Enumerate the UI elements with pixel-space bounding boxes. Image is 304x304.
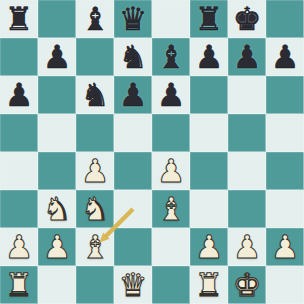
square-g2[interactable]: ♟ bbox=[228, 228, 266, 266]
piece-black-bishop[interactable]: ♝ bbox=[152, 38, 190, 76]
square-b2[interactable]: ♟ bbox=[38, 228, 76, 266]
square-h4[interactable] bbox=[266, 152, 304, 190]
square-b5[interactable] bbox=[38, 114, 76, 152]
square-f7[interactable]: ♟ bbox=[190, 38, 228, 76]
square-f6[interactable] bbox=[190, 76, 228, 114]
square-g4[interactable] bbox=[228, 152, 266, 190]
square-b1[interactable] bbox=[38, 266, 76, 304]
square-a5[interactable] bbox=[0, 114, 38, 152]
piece-black-knight[interactable]: ♞ bbox=[114, 38, 152, 76]
square-c7[interactable] bbox=[76, 38, 114, 76]
square-h1[interactable] bbox=[266, 266, 304, 304]
square-h7[interactable]: ♟ bbox=[266, 38, 304, 76]
square-d4[interactable] bbox=[114, 152, 152, 190]
piece-white-king[interactable]: ♚ bbox=[228, 266, 266, 304]
square-b8[interactable] bbox=[38, 0, 76, 38]
square-a3[interactable] bbox=[0, 190, 38, 228]
piece-black-pawn[interactable]: ♟ bbox=[38, 38, 76, 76]
square-b7[interactable]: ♟ bbox=[38, 38, 76, 76]
square-c2[interactable]: ♝ bbox=[76, 228, 114, 266]
square-f1[interactable]: ♜ bbox=[190, 266, 228, 304]
square-h5[interactable] bbox=[266, 114, 304, 152]
square-b3[interactable]: ♞ bbox=[38, 190, 76, 228]
square-f8[interactable]: ♜ bbox=[190, 0, 228, 38]
piece-black-rook[interactable]: ♜ bbox=[0, 0, 38, 38]
square-h6[interactable] bbox=[266, 76, 304, 114]
piece-white-pawn[interactable]: ♟ bbox=[38, 228, 76, 266]
square-e7[interactable]: ♝ bbox=[152, 38, 190, 76]
piece-black-rook[interactable]: ♜ bbox=[190, 0, 228, 38]
square-d8[interactable]: ♛ bbox=[114, 0, 152, 38]
piece-black-knight[interactable]: ♞ bbox=[76, 76, 114, 114]
square-d6[interactable]: ♟ bbox=[114, 76, 152, 114]
piece-black-king[interactable]: ♚ bbox=[228, 0, 266, 38]
piece-white-knight[interactable]: ♞ bbox=[76, 190, 114, 228]
piece-black-bishop[interactable]: ♝ bbox=[76, 0, 114, 38]
piece-white-rook[interactable]: ♜ bbox=[190, 266, 228, 304]
square-c1[interactable] bbox=[76, 266, 114, 304]
square-d3[interactable] bbox=[114, 190, 152, 228]
square-a1[interactable]: ♜ bbox=[0, 266, 38, 304]
piece-white-queen[interactable]: ♛ bbox=[114, 266, 152, 304]
piece-black-queen[interactable]: ♛ bbox=[114, 0, 152, 38]
piece-white-pawn[interactable]: ♟ bbox=[152, 152, 190, 190]
piece-white-pawn[interactable]: ♟ bbox=[0, 228, 38, 266]
square-h3[interactable] bbox=[266, 190, 304, 228]
piece-black-pawn[interactable]: ♟ bbox=[228, 38, 266, 76]
piece-white-pawn[interactable]: ♟ bbox=[266, 228, 304, 266]
square-e6[interactable]: ♟ bbox=[152, 76, 190, 114]
square-e1[interactable] bbox=[152, 266, 190, 304]
square-d7[interactable]: ♞ bbox=[114, 38, 152, 76]
square-c6[interactable]: ♞ bbox=[76, 76, 114, 114]
square-g8[interactable]: ♚ bbox=[228, 0, 266, 38]
square-a6[interactable]: ♟ bbox=[0, 76, 38, 114]
square-g1[interactable]: ♚ bbox=[228, 266, 266, 304]
square-d2[interactable] bbox=[114, 228, 152, 266]
piece-white-pawn[interactable]: ♟ bbox=[228, 228, 266, 266]
square-f2[interactable]: ♟ bbox=[190, 228, 228, 266]
piece-white-rook[interactable]: ♜ bbox=[0, 266, 38, 304]
square-b6[interactable] bbox=[38, 76, 76, 114]
square-d1[interactable]: ♛ bbox=[114, 266, 152, 304]
square-a2[interactable]: ♟ bbox=[0, 228, 38, 266]
piece-black-pawn[interactable]: ♟ bbox=[266, 38, 304, 76]
square-f4[interactable] bbox=[190, 152, 228, 190]
square-h2[interactable]: ♟ bbox=[266, 228, 304, 266]
square-e8[interactable] bbox=[152, 0, 190, 38]
piece-black-pawn[interactable]: ♟ bbox=[152, 76, 190, 114]
square-d5[interactable] bbox=[114, 114, 152, 152]
square-g5[interactable] bbox=[228, 114, 266, 152]
square-g6[interactable] bbox=[228, 76, 266, 114]
square-e2[interactable] bbox=[152, 228, 190, 266]
piece-white-knight[interactable]: ♞ bbox=[38, 190, 76, 228]
square-e3[interactable]: ♝ bbox=[152, 190, 190, 228]
square-b4[interactable] bbox=[38, 152, 76, 190]
piece-black-pawn[interactable]: ♟ bbox=[0, 76, 38, 114]
square-e4[interactable]: ♟ bbox=[152, 152, 190, 190]
square-c5[interactable] bbox=[76, 114, 114, 152]
square-g3[interactable] bbox=[228, 190, 266, 228]
square-f3[interactable] bbox=[190, 190, 228, 228]
square-a8[interactable]: ♜ bbox=[0, 0, 38, 38]
square-g7[interactable]: ♟ bbox=[228, 38, 266, 76]
piece-white-pawn[interactable]: ♟ bbox=[76, 152, 114, 190]
chess-board-wrapper: ♜♝♛♜♚♟♞♝♟♟♟♟♞♟♟♟♟♞♞♝♟♟♝♟♟♟♜♛♜♚ bbox=[0, 0, 304, 304]
piece-black-pawn[interactable]: ♟ bbox=[190, 38, 228, 76]
piece-white-bishop[interactable]: ♝ bbox=[76, 228, 114, 266]
piece-white-bishop[interactable]: ♝ bbox=[152, 190, 190, 228]
chess-board: ♜♝♛♜♚♟♞♝♟♟♟♟♞♟♟♟♟♞♞♝♟♟♝♟♟♟♜♛♜♚ bbox=[0, 0, 304, 304]
piece-white-pawn[interactable]: ♟ bbox=[190, 228, 228, 266]
square-h8[interactable] bbox=[266, 0, 304, 38]
square-c8[interactable]: ♝ bbox=[76, 0, 114, 38]
piece-black-pawn[interactable]: ♟ bbox=[114, 76, 152, 114]
square-c3[interactable]: ♞ bbox=[76, 190, 114, 228]
square-a4[interactable] bbox=[0, 152, 38, 190]
square-a7[interactable] bbox=[0, 38, 38, 76]
square-c4[interactable]: ♟ bbox=[76, 152, 114, 190]
square-f5[interactable] bbox=[190, 114, 228, 152]
square-e5[interactable] bbox=[152, 114, 190, 152]
